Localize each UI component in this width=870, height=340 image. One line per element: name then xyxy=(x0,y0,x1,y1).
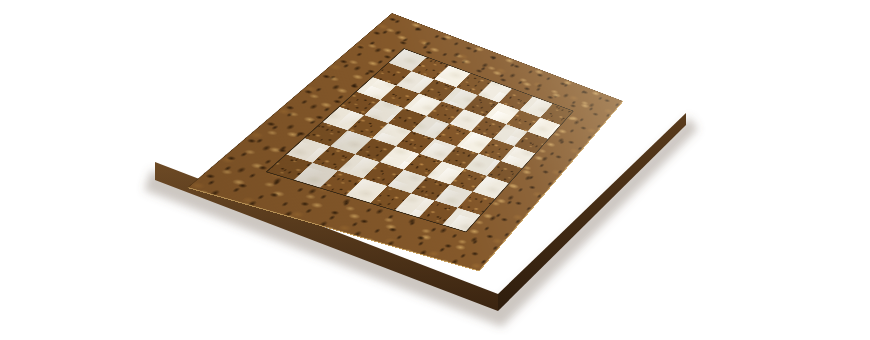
product-photo-stage xyxy=(0,0,870,340)
